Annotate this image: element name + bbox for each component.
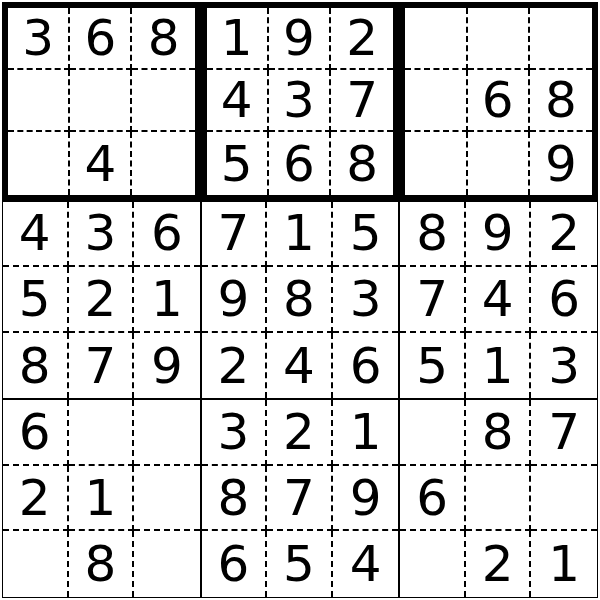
box-2-3: 892746513: [399, 201, 598, 400]
box-2-1: 436521879: [2, 201, 201, 400]
box-3-3: 87621: [399, 399, 598, 598]
cell-r8c8[interactable]: [466, 466, 532, 532]
cell-r2c4[interactable]: 4: [207, 70, 269, 132]
cell-r4c8[interactable]: 9: [466, 202, 532, 268]
cell-r3c5[interactable]: 6: [269, 132, 331, 194]
cell-r7c5[interactable]: 2: [267, 400, 333, 466]
cell-r6c4[interactable]: 2: [202, 333, 268, 399]
cell-r1c2[interactable]: 6: [70, 8, 132, 70]
cell-r2c9[interactable]: 8: [530, 70, 592, 132]
cell-r8c7[interactable]: 6: [400, 466, 466, 532]
cell-r2c3[interactable]: [132, 70, 194, 132]
cell-r9c7[interactable]: [400, 531, 466, 597]
cell-r3c8[interactable]: [468, 132, 530, 194]
cell-r1c1[interactable]: 3: [8, 8, 70, 70]
box-3-2: 321879654: [201, 399, 400, 598]
cell-r5c3[interactable]: 1: [134, 267, 200, 333]
cell-r7c6[interactable]: 1: [333, 400, 399, 466]
cell-r2c2[interactable]: [70, 70, 132, 132]
cell-r4c9[interactable]: 2: [531, 202, 597, 268]
box-1-3: 689: [399, 2, 598, 201]
cell-r5c7[interactable]: 7: [400, 267, 466, 333]
cell-r7c3[interactable]: [134, 400, 200, 466]
cell-r6c7[interactable]: 5: [400, 333, 466, 399]
cell-r5c8[interactable]: 4: [466, 267, 532, 333]
cell-r4c5[interactable]: 1: [267, 202, 333, 268]
cell-r5c1[interactable]: 5: [3, 267, 69, 333]
cell-r1c7[interactable]: [405, 8, 467, 70]
cell-r2c6[interactable]: 7: [331, 70, 393, 132]
box-1-2: 192437568: [201, 2, 400, 201]
sudoku-board: 3684192437568689436521879715983246892746…: [0, 0, 600, 600]
cell-r2c8[interactable]: 6: [468, 70, 530, 132]
cell-r4c4[interactable]: 7: [202, 202, 268, 268]
cell-r5c2[interactable]: 2: [69, 267, 135, 333]
cell-r3c9[interactable]: 9: [530, 132, 592, 194]
cell-r6c2[interactable]: 7: [69, 333, 135, 399]
cell-r4c7[interactable]: 8: [400, 202, 466, 268]
cell-r4c1[interactable]: 4: [3, 202, 69, 268]
cell-r3c7[interactable]: [405, 132, 467, 194]
cell-r6c6[interactable]: 6: [333, 333, 399, 399]
cell-r9c1[interactable]: [3, 531, 69, 597]
cell-r3c2[interactable]: 4: [70, 132, 132, 194]
cell-r1c9[interactable]: [530, 8, 592, 70]
cell-r8c6[interactable]: 9: [333, 466, 399, 532]
cell-r6c9[interactable]: 3: [531, 333, 597, 399]
cell-r8c2[interactable]: 1: [69, 466, 135, 532]
cell-r2c1[interactable]: [8, 70, 70, 132]
cell-r9c9[interactable]: 1: [531, 531, 597, 597]
cell-r2c5[interactable]: 3: [269, 70, 331, 132]
cell-r9c8[interactable]: 2: [466, 531, 532, 597]
cell-r9c5[interactable]: 5: [267, 531, 333, 597]
cell-r7c9[interactable]: 7: [531, 400, 597, 466]
box-2-2: 715983246: [201, 201, 400, 400]
cell-r8c4[interactable]: 8: [202, 466, 268, 532]
cell-r7c7[interactable]: [400, 400, 466, 466]
cell-r4c2[interactable]: 3: [69, 202, 135, 268]
cell-r3c4[interactable]: 5: [207, 132, 269, 194]
cell-r6c1[interactable]: 8: [3, 333, 69, 399]
cell-r3c6[interactable]: 8: [331, 132, 393, 194]
cell-r7c8[interactable]: 8: [466, 400, 532, 466]
cell-r1c6[interactable]: 2: [331, 8, 393, 70]
cell-r1c3[interactable]: 8: [132, 8, 194, 70]
cell-r8c3[interactable]: [134, 466, 200, 532]
cell-r5c4[interactable]: 9: [202, 267, 268, 333]
box-3-1: 6218: [2, 399, 201, 598]
cell-r6c5[interactable]: 4: [267, 333, 333, 399]
cell-r5c5[interactable]: 8: [267, 267, 333, 333]
cell-r1c5[interactable]: 9: [269, 8, 331, 70]
cell-r6c3[interactable]: 9: [134, 333, 200, 399]
cell-r1c8[interactable]: [468, 8, 530, 70]
cell-r8c1[interactable]: 2: [3, 466, 69, 532]
cell-r9c4[interactable]: 6: [202, 531, 268, 597]
cell-r9c6[interactable]: 4: [333, 531, 399, 597]
cell-r4c3[interactable]: 6: [134, 202, 200, 268]
cell-r7c2[interactable]: [69, 400, 135, 466]
cell-r3c1[interactable]: [8, 132, 70, 194]
cell-r9c3[interactable]: [134, 531, 200, 597]
cell-r5c6[interactable]: 3: [333, 267, 399, 333]
cell-r9c2[interactable]: 8: [69, 531, 135, 597]
cell-r7c1[interactable]: 6: [3, 400, 69, 466]
cell-r7c4[interactable]: 3: [202, 400, 268, 466]
cell-r5c9[interactable]: 6: [531, 267, 597, 333]
cell-r1c4[interactable]: 1: [207, 8, 269, 70]
cell-r3c3[interactable]: [132, 132, 194, 194]
box-1-1: 3684: [2, 2, 201, 201]
cell-r6c8[interactable]: 1: [466, 333, 532, 399]
cell-r8c9[interactable]: [531, 466, 597, 532]
cell-r2c7[interactable]: [405, 70, 467, 132]
cell-r8c5[interactable]: 7: [267, 466, 333, 532]
cell-r4c6[interactable]: 5: [333, 202, 399, 268]
